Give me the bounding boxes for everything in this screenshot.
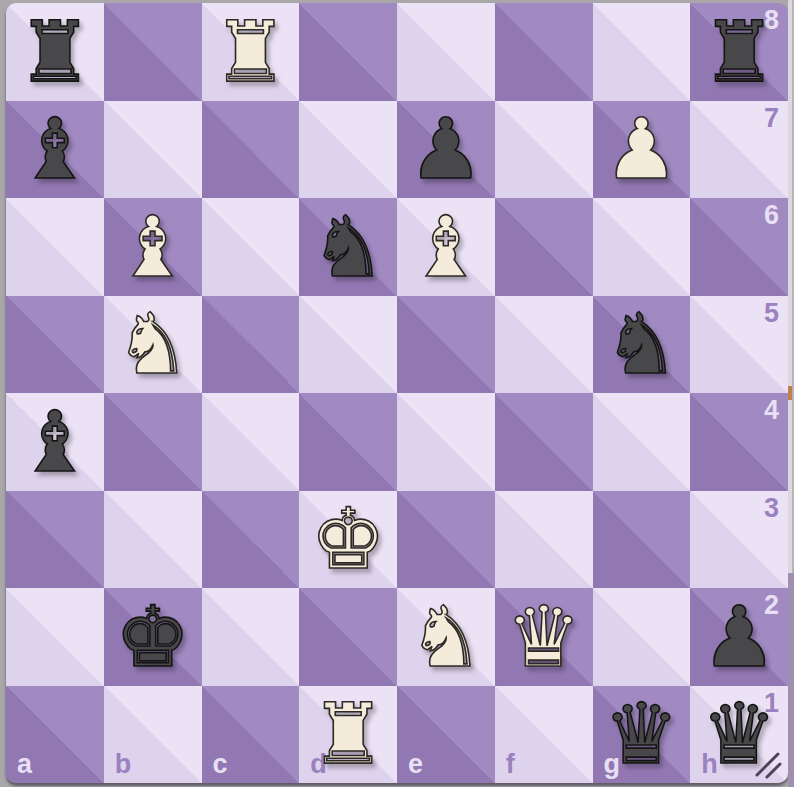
white-knight-e2[interactable]: ♞ [408,595,483,679]
square-b3[interactable] [104,491,202,589]
square-c4[interactable] [202,393,300,491]
square-e3[interactable] [397,491,495,589]
white-king-d3[interactable]: ♚ [310,497,385,581]
square-b6[interactable]: ♝ [104,198,202,296]
black-rook-a8[interactable]: ♜ [17,10,92,94]
square-c5[interactable] [202,296,300,394]
black-rook-h8[interactable]: ♜ [701,10,776,94]
file-label-b: b [115,751,132,778]
white-queen-f2[interactable]: ♛ [506,595,581,679]
black-king-b2[interactable]: ♚ [115,595,190,679]
square-g7[interactable]: ♟ [593,101,691,199]
square-f2[interactable]: ♛ [495,588,593,686]
square-e6[interactable]: ♝ [397,198,495,296]
square-f8[interactable] [495,3,593,101]
square-d5[interactable] [299,296,397,394]
square-e8[interactable] [397,3,495,101]
square-b4[interactable] [104,393,202,491]
board-resize-handle[interactable] [754,751,782,779]
square-d2[interactable] [299,588,397,686]
square-d6[interactable]: ♞ [299,198,397,296]
square-d4[interactable] [299,393,397,491]
square-a3[interactable] [6,491,104,589]
square-a7[interactable]: ♝ [6,101,104,199]
rank-label-3: 3 [764,495,779,522]
square-d7[interactable] [299,101,397,199]
black-pawn-h2[interactable]: ♟ [701,595,776,679]
white-bishop-b6[interactable]: ♝ [115,205,190,289]
file-label-c: c [213,751,228,778]
square-g6[interactable] [593,198,691,296]
square-c2[interactable] [202,588,300,686]
square-f3[interactable] [495,491,593,589]
black-bishop-a7[interactable]: ♝ [17,107,92,191]
square-a2[interactable] [6,588,104,686]
square-g3[interactable] [593,491,691,589]
square-e7[interactable]: ♟ [397,101,495,199]
scrollbar-thumb[interactable] [788,573,794,787]
square-d3[interactable]: ♚ [299,491,397,589]
square-g8[interactable] [593,3,691,101]
page: ♜♜8♜♝♟♟7♝♞♝6♞♞5♝4♚3♚♞♛2♟abcd♜efg♛1h♛ [0,0,794,787]
square-g5[interactable]: ♞ [593,296,691,394]
rank-label-4: 4 [764,397,779,424]
black-pawn-e7[interactable]: ♟ [408,107,483,191]
square-h6[interactable]: 6 [690,198,788,296]
square-c7[interactable] [202,101,300,199]
black-knight-d6[interactable]: ♞ [310,205,385,289]
square-f6[interactable] [495,198,593,296]
square-c8[interactable]: ♜ [202,3,300,101]
file-label-f: f [506,751,515,778]
square-e4[interactable] [397,393,495,491]
white-bishop-e6[interactable]: ♝ [408,205,483,289]
square-b1[interactable]: b [104,686,202,784]
file-label-e: e [408,751,423,778]
square-b8[interactable] [104,3,202,101]
square-b7[interactable] [104,101,202,199]
rank-label-7: 7 [764,105,779,132]
square-h7[interactable]: 7 [690,101,788,199]
square-g1[interactable]: g♛ [593,686,691,784]
black-knight-g5[interactable]: ♞ [604,302,679,386]
square-f4[interactable] [495,393,593,491]
square-f5[interactable] [495,296,593,394]
square-h5[interactable]: 5 [690,296,788,394]
square-e1[interactable]: e [397,686,495,784]
white-pawn-g7[interactable]: ♟ [604,107,679,191]
black-queen-g1[interactable]: ♛ [604,692,679,776]
square-b5[interactable]: ♞ [104,296,202,394]
square-c1[interactable]: c [202,686,300,784]
scrollbar-find-marker [788,386,792,400]
chess-board: ♜♜8♜♝♟♟7♝♞♝6♞♞5♝4♚3♚♞♛2♟abcd♜efg♛1h♛ [6,3,788,783]
square-d1[interactable]: d♜ [299,686,397,784]
rank-label-6: 6 [764,202,779,229]
square-b2[interactable]: ♚ [104,588,202,686]
square-c3[interactable] [202,491,300,589]
rank-label-5: 5 [764,300,779,327]
square-h8[interactable]: 8♜ [690,3,788,101]
white-knight-b5[interactable]: ♞ [115,302,190,386]
square-e5[interactable] [397,296,495,394]
square-a4[interactable]: ♝ [6,393,104,491]
white-rook-d1[interactable]: ♜ [310,692,385,776]
square-g2[interactable] [593,588,691,686]
square-a5[interactable] [6,296,104,394]
square-a1[interactable]: a [6,686,104,784]
file-label-a: a [17,751,32,778]
square-g4[interactable] [593,393,691,491]
square-f7[interactable] [495,101,593,199]
white-rook-c8[interactable]: ♜ [213,10,288,94]
square-c6[interactable] [202,198,300,296]
square-d8[interactable] [299,3,397,101]
black-bishop-a4[interactable]: ♝ [17,400,92,484]
square-a8[interactable]: ♜ [6,3,104,101]
square-f1[interactable]: f [495,686,593,784]
square-e2[interactable]: ♞ [397,588,495,686]
square-h2[interactable]: 2♟ [690,588,788,686]
scrollbar[interactable] [788,0,794,787]
square-h3[interactable]: 3 [690,491,788,589]
square-h4[interactable]: 4 [690,393,788,491]
square-a6[interactable] [6,198,104,296]
